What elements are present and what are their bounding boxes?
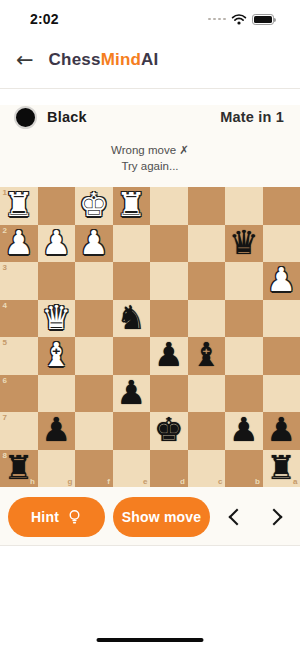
square-g1[interactable] bbox=[38, 187, 76, 225]
file-label-b: b bbox=[255, 477, 260, 486]
square-b8[interactable]: b bbox=[225, 450, 263, 488]
square-a1[interactable] bbox=[263, 187, 301, 225]
square-c5[interactable]: ♝ bbox=[188, 337, 226, 375]
feedback-try-again: Try again... bbox=[0, 158, 300, 175]
white-pawn-a3[interactable]: ♟ bbox=[266, 263, 296, 296]
square-f8[interactable]: f bbox=[75, 450, 113, 488]
square-f5[interactable] bbox=[75, 337, 113, 375]
show-move-button[interactable]: Show move bbox=[113, 497, 210, 537]
app-title-mind: Mind bbox=[101, 50, 141, 69]
square-d6[interactable] bbox=[150, 375, 188, 413]
square-e1[interactable]: ♜ bbox=[113, 187, 151, 225]
puzzle-goal: Mate in 1 bbox=[220, 109, 284, 125]
file-label-g: g bbox=[68, 477, 73, 486]
square-e3[interactable] bbox=[113, 262, 151, 300]
app-header: ← ChessMindAI bbox=[0, 32, 300, 88]
black-bishop-c5[interactable]: ♝ bbox=[191, 338, 221, 371]
square-a6[interactable] bbox=[263, 375, 301, 413]
white-pawn-f2[interactable]: ♟ bbox=[79, 226, 109, 259]
app-title-chess: Chess bbox=[49, 50, 101, 69]
square-c3[interactable] bbox=[188, 262, 226, 300]
black-queen-b2[interactable]: ♛ bbox=[229, 226, 259, 259]
square-c1[interactable] bbox=[188, 187, 226, 225]
file-label-d: d bbox=[180, 477, 185, 486]
square-f3[interactable] bbox=[75, 262, 113, 300]
square-h4[interactable]: 4 bbox=[0, 300, 38, 338]
app-screen: 2:02 ← ChessMindAI Black Mate in 1 bbox=[0, 0, 300, 649]
square-b2[interactable]: ♛ bbox=[225, 225, 263, 263]
square-d3[interactable] bbox=[150, 262, 188, 300]
square-b4[interactable] bbox=[225, 300, 263, 338]
square-d1[interactable] bbox=[150, 187, 188, 225]
feedback-wrong-move: Wrong move ✗ bbox=[0, 142, 300, 158]
square-d2[interactable] bbox=[150, 225, 188, 263]
rank-label-4: 4 bbox=[3, 301, 7, 310]
square-g4[interactable]: ♛ bbox=[38, 300, 76, 338]
hint-button-label: Hint bbox=[31, 509, 59, 525]
file-label-c: c bbox=[218, 477, 222, 486]
puzzle-panel: Black Mate in 1 Wrong move ✗ Try again..… bbox=[0, 105, 300, 546]
black-pawn-d5[interactable]: ♟ bbox=[154, 338, 184, 371]
square-e2[interactable] bbox=[113, 225, 151, 263]
black-king-d7[interactable]: ♚ bbox=[154, 413, 184, 446]
status-time: 2:02 bbox=[30, 11, 59, 27]
home-indicator[interactable] bbox=[97, 638, 204, 643]
square-a4[interactable] bbox=[263, 300, 301, 338]
white-rook-h1[interactable]: ♜ bbox=[4, 188, 34, 221]
square-h8[interactable]: 8h♜ bbox=[0, 450, 38, 488]
square-g3[interactable] bbox=[38, 262, 76, 300]
square-d8[interactable]: d bbox=[150, 450, 188, 488]
square-a2[interactable] bbox=[263, 225, 301, 263]
status-bar: 2:02 bbox=[0, 0, 300, 32]
white-king-f1[interactable]: ♚ bbox=[79, 188, 109, 221]
white-pawn-h2[interactable]: ♟ bbox=[4, 226, 34, 259]
app-title-ai: AI bbox=[141, 50, 158, 69]
puzzle-controls: Hint Show move bbox=[8, 497, 292, 537]
square-c7[interactable] bbox=[188, 412, 226, 450]
square-g2[interactable]: ♟ bbox=[38, 225, 76, 263]
square-f6[interactable] bbox=[75, 375, 113, 413]
square-e8[interactable]: e bbox=[113, 450, 151, 488]
lightbulb-icon bbox=[67, 509, 82, 525]
square-h3[interactable]: 3 bbox=[0, 262, 38, 300]
rank-label-6: 6 bbox=[3, 376, 7, 385]
puzzle-feedback: Wrong move ✗ Try again... bbox=[0, 142, 300, 175]
chevron-left-icon[interactable] bbox=[228, 509, 245, 526]
black-side-dot-icon bbox=[14, 106, 37, 129]
cellular-signal-icon bbox=[208, 18, 226, 21]
square-a7[interactable]: ♟ bbox=[263, 412, 301, 450]
wifi-icon bbox=[231, 13, 247, 25]
square-h1[interactable]: 1♜ bbox=[0, 187, 38, 225]
black-pawn-e6[interactable]: ♟ bbox=[116, 376, 146, 409]
square-g5[interactable]: ♝ bbox=[38, 337, 76, 375]
square-e4[interactable]: ♞ bbox=[113, 300, 151, 338]
black-rook-a8[interactable]: ♜ bbox=[266, 451, 296, 484]
square-h6[interactable]: 6 bbox=[0, 375, 38, 413]
square-h5[interactable]: 5 bbox=[0, 337, 38, 375]
chevron-right-icon[interactable] bbox=[265, 509, 282, 526]
square-c6[interactable] bbox=[188, 375, 226, 413]
square-g6[interactable] bbox=[38, 375, 76, 413]
square-h2[interactable]: 2♟ bbox=[0, 225, 38, 263]
square-f1[interactable]: ♚ bbox=[75, 187, 113, 225]
square-f2[interactable]: ♟ bbox=[75, 225, 113, 263]
square-b1[interactable] bbox=[225, 187, 263, 225]
white-queen-g4[interactable]: ♛ bbox=[41, 301, 71, 334]
square-d5[interactable]: ♟ bbox=[150, 337, 188, 375]
square-g8[interactable]: g bbox=[38, 450, 76, 488]
show-move-button-label: Show move bbox=[122, 509, 202, 525]
file-label-e: e bbox=[143, 477, 147, 486]
square-b3[interactable] bbox=[225, 262, 263, 300]
square-a3[interactable]: ♟ bbox=[263, 262, 301, 300]
black-rook-h8[interactable]: ♜ bbox=[4, 451, 34, 484]
square-c8[interactable]: c bbox=[188, 450, 226, 488]
square-e5[interactable] bbox=[113, 337, 151, 375]
square-b5[interactable] bbox=[225, 337, 263, 375]
square-b6[interactable] bbox=[225, 375, 263, 413]
move-nav bbox=[218, 511, 292, 523]
black-pawn-b7[interactable]: ♟ bbox=[229, 413, 259, 446]
square-h7[interactable]: 7 bbox=[0, 412, 38, 450]
battery-icon bbox=[252, 14, 274, 25]
rank-label-7: 7 bbox=[3, 413, 7, 422]
rank-label-3: 3 bbox=[3, 263, 7, 272]
square-f7[interactable] bbox=[75, 412, 113, 450]
black-pawn-a7[interactable]: ♟ bbox=[266, 413, 296, 446]
rank-label-5: 5 bbox=[3, 338, 7, 347]
status-icons bbox=[208, 13, 274, 25]
square-d4[interactable] bbox=[150, 300, 188, 338]
square-g7[interactable]: ♟ bbox=[38, 412, 76, 450]
white-pawn-g2[interactable]: ♟ bbox=[41, 226, 71, 259]
square-e6[interactable]: ♟ bbox=[113, 375, 151, 413]
chess-board[interactable]: 1♜♚♜2♟♟♟♛3♟4♛♞5♝♟♝6♟7♟♚♟♟8h♜gfedcba♜ bbox=[0, 187, 300, 487]
square-d7[interactable]: ♚ bbox=[150, 412, 188, 450]
black-pawn-g7[interactable]: ♟ bbox=[41, 413, 71, 446]
square-c2[interactable] bbox=[188, 225, 226, 263]
white-rook-e1[interactable]: ♜ bbox=[116, 188, 146, 221]
header-divider bbox=[0, 88, 300, 89]
white-bishop-g5[interactable]: ♝ bbox=[41, 338, 71, 371]
black-knight-e4[interactable]: ♞ bbox=[116, 301, 146, 334]
side-to-move-row: Black Mate in 1 bbox=[14, 105, 284, 129]
square-e7[interactable] bbox=[113, 412, 151, 450]
square-a8[interactable]: a♜ bbox=[263, 450, 301, 488]
square-b7[interactable]: ♟ bbox=[225, 412, 263, 450]
hint-button[interactable]: Hint bbox=[8, 497, 105, 537]
file-label-f: f bbox=[107, 477, 110, 486]
square-c4[interactable] bbox=[188, 300, 226, 338]
app-title: ChessMindAI bbox=[49, 50, 159, 70]
square-a5[interactable] bbox=[263, 337, 301, 375]
square-f4[interactable] bbox=[75, 300, 113, 338]
back-button[interactable]: ← bbox=[16, 50, 34, 71]
side-label: Black bbox=[47, 109, 87, 125]
